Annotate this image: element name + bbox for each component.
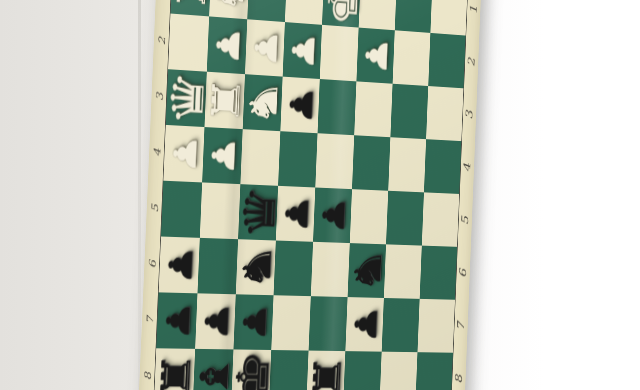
square-g1[interactable] bbox=[395, 0, 433, 33]
square-c5[interactable]: ♛ bbox=[238, 184, 278, 240]
board-border: abcdefgh abcdefgh 12345678 12345678 ♜♞♚♟… bbox=[138, 0, 483, 390]
square-b4[interactable]: ♟ bbox=[202, 127, 243, 184]
square-e8[interactable]: ♜ bbox=[306, 351, 345, 390]
piece-black-pawn-d3[interactable]: ♟ bbox=[285, 84, 317, 126]
piece-black-rook-a8[interactable]: ♜ bbox=[155, 351, 196, 390]
piece-white-pawn-c2[interactable]: ♟ bbox=[250, 27, 283, 69]
square-c6[interactable]: ♞ bbox=[236, 239, 276, 295]
square-b3[interactable]: ♜ bbox=[204, 72, 245, 129]
square-c7[interactable]: ♟ bbox=[233, 294, 273, 350]
playing-area: ♜♞♚♟♟♟♟♛♜♞♟♟♟♛♟♟♟♞♞♟♟♟♟♜♝♚♜ bbox=[154, 0, 468, 390]
square-g8[interactable] bbox=[379, 352, 417, 390]
screenshot-root: { "game": "chess", "scene": "Green and c… bbox=[0, 0, 640, 390]
square-e2[interactable] bbox=[320, 25, 359, 82]
square-b2[interactable]: ♟ bbox=[207, 16, 247, 74]
square-h7[interactable] bbox=[417, 299, 454, 353]
piece-black-pawn-c7[interactable]: ♟ bbox=[238, 302, 271, 343]
square-a8[interactable]: ♜ bbox=[154, 348, 195, 390]
square-g4[interactable] bbox=[388, 137, 426, 192]
square-e3[interactable] bbox=[318, 79, 357, 135]
square-h8[interactable] bbox=[415, 352, 453, 390]
square-f2[interactable]: ♟ bbox=[356, 28, 394, 84]
square-e5[interactable]: ♟ bbox=[313, 187, 352, 243]
piece-black-pawn-b7[interactable]: ♟ bbox=[200, 301, 233, 342]
piece-black-queen-c5[interactable]: ♛ bbox=[237, 183, 282, 241]
piece-white-pawn-f2[interactable]: ♟ bbox=[361, 35, 392, 77]
square-f6[interactable]: ♞ bbox=[348, 243, 386, 298]
piece-black-pawn-a7[interactable]: ♟ bbox=[161, 300, 195, 342]
square-f4[interactable] bbox=[352, 135, 390, 191]
piece-black-pawn-a6[interactable]: ♟ bbox=[164, 244, 198, 286]
square-d5[interactable]: ♟ bbox=[276, 186, 315, 242]
square-d4[interactable] bbox=[278, 131, 317, 187]
square-a6[interactable]: ♟ bbox=[159, 237, 200, 294]
piece-white-pawn-d2[interactable]: ♟ bbox=[287, 30, 319, 72]
square-d3[interactable]: ♟ bbox=[280, 77, 319, 134]
piece-white-king-e1[interactable]: ♚ bbox=[321, 0, 365, 29]
piece-black-knight-f6[interactable]: ♞ bbox=[349, 246, 387, 295]
square-h1[interactable] bbox=[430, 0, 467, 36]
square-h6[interactable] bbox=[420, 246, 457, 300]
square-a3[interactable]: ♛ bbox=[166, 69, 207, 127]
piece-black-king-c8[interactable]: ♚ bbox=[230, 349, 276, 390]
square-a2[interactable] bbox=[168, 14, 209, 72]
piece-black-pawn-e5[interactable]: ♟ bbox=[318, 195, 350, 236]
square-a7[interactable]: ♟ bbox=[156, 292, 197, 348]
square-e7[interactable] bbox=[309, 296, 348, 351]
square-h4[interactable] bbox=[424, 139, 461, 194]
square-a4[interactable]: ♟ bbox=[163, 125, 204, 183]
square-h2[interactable] bbox=[428, 33, 465, 88]
square-e1[interactable]: ♚ bbox=[322, 0, 361, 28]
piece-black-knight-c6[interactable]: ♞ bbox=[237, 242, 277, 292]
square-f7[interactable]: ♟ bbox=[345, 297, 383, 352]
piece-white-knight-b1[interactable]: ♞ bbox=[211, 0, 251, 17]
piece-white-pawn-b2[interactable]: ♟ bbox=[212, 24, 245, 67]
square-g2[interactable] bbox=[393, 30, 431, 86]
square-c2[interactable]: ♟ bbox=[245, 19, 285, 76]
square-h5[interactable] bbox=[422, 192, 459, 246]
square-b6[interactable] bbox=[197, 238, 238, 294]
piece-white-knight-c3[interactable]: ♞ bbox=[244, 77, 284, 128]
square-d7[interactable] bbox=[271, 295, 311, 350]
square-f5[interactable] bbox=[350, 189, 388, 244]
square-g3[interactable] bbox=[390, 84, 428, 139]
chessboard: abcdefgh abcdefgh 12345678 12345678 ♜♞♚♟… bbox=[138, 0, 483, 390]
piece-white-pawn-b4[interactable]: ♟ bbox=[207, 135, 240, 177]
square-a5[interactable] bbox=[161, 181, 202, 238]
square-g7[interactable] bbox=[382, 298, 420, 352]
square-g5[interactable] bbox=[386, 191, 424, 246]
piece-black-pawn-f7[interactable]: ♟ bbox=[350, 304, 381, 344]
square-c3[interactable]: ♞ bbox=[243, 74, 283, 131]
square-d2[interactable]: ♟ bbox=[283, 22, 322, 79]
square-c4[interactable] bbox=[240, 129, 280, 186]
square-f3[interactable] bbox=[354, 81, 392, 137]
square-e6[interactable] bbox=[311, 242, 350, 297]
piece-black-pawn-d5[interactable]: ♟ bbox=[281, 193, 313, 234]
square-b7[interactable]: ♟ bbox=[195, 293, 236, 349]
square-c8[interactable]: ♚ bbox=[231, 349, 271, 390]
square-h3[interactable] bbox=[426, 86, 463, 141]
square-e4[interactable] bbox=[315, 133, 354, 189]
piece-white-pawn-a4[interactable]: ♟ bbox=[168, 133, 202, 176]
piece-black-rook-e8[interactable]: ♜ bbox=[308, 353, 347, 390]
